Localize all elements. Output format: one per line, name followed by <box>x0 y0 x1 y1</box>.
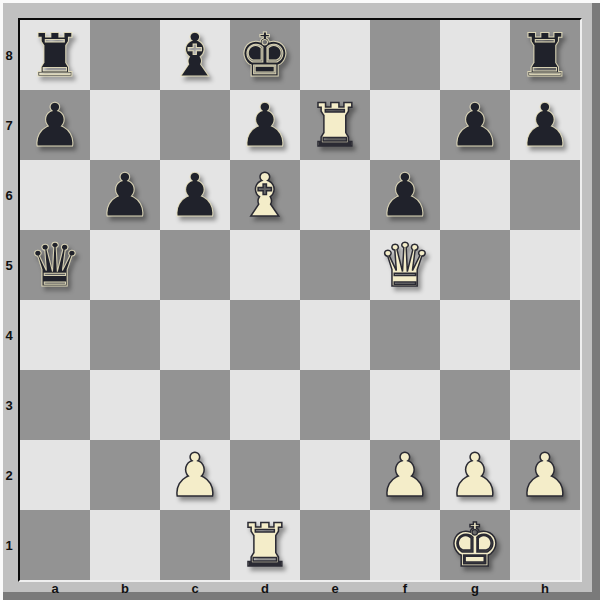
file-labels: abcdefgh <box>20 580 580 597</box>
square-e6[interactable] <box>300 160 370 230</box>
square-c4[interactable] <box>160 300 230 370</box>
square-h5[interactable] <box>510 230 580 300</box>
file-label-h: h <box>510 580 580 597</box>
square-h6[interactable] <box>510 160 580 230</box>
square-h4[interactable] <box>510 300 580 370</box>
file-label-e: e <box>300 580 370 597</box>
file-label-f: f <box>370 580 440 597</box>
square-f7[interactable] <box>370 90 440 160</box>
piece-black-rook[interactable]: ♜ <box>510 20 580 90</box>
piece-black-pawn[interactable]: ♟ <box>440 90 510 160</box>
piece-white-pawn[interactable]: ♟ <box>160 440 230 510</box>
piece-white-pawn[interactable]: ♟ <box>440 440 510 510</box>
square-b5[interactable] <box>90 230 160 300</box>
rank-label-7: 7 <box>0 90 18 160</box>
square-c3[interactable] <box>160 370 230 440</box>
piece-black-rook[interactable]: ♜ <box>20 20 90 90</box>
file-label-c: c <box>160 580 230 597</box>
board-frame: 87654321 abcdefgh ♜♝♚♜♟♟♜♟♟♟♟♝♟♛♛♟♟♟♟♜♚ <box>0 0 600 600</box>
piece-black-king[interactable]: ♚ <box>230 20 300 90</box>
square-e5[interactable] <box>300 230 370 300</box>
square-g3[interactable] <box>440 370 510 440</box>
square-d1[interactable]: ♜ <box>230 510 300 580</box>
file-label-b: b <box>90 580 160 597</box>
square-g6[interactable] <box>440 160 510 230</box>
piece-black-pawn[interactable]: ♟ <box>90 160 160 230</box>
square-e3[interactable] <box>300 370 370 440</box>
square-a7[interactable]: ♟ <box>20 90 90 160</box>
rank-label-6: 6 <box>0 160 18 230</box>
square-d7[interactable]: ♟ <box>230 90 300 160</box>
rank-label-1: 1 <box>0 510 18 580</box>
square-d3[interactable] <box>230 370 300 440</box>
piece-white-rook[interactable]: ♜ <box>230 510 300 580</box>
square-c5[interactable] <box>160 230 230 300</box>
square-h1[interactable] <box>510 510 580 580</box>
piece-white-king[interactable]: ♚ <box>440 510 510 580</box>
rank-labels: 87654321 <box>0 20 18 580</box>
rank-label-8: 8 <box>0 20 18 90</box>
square-c7[interactable] <box>160 90 230 160</box>
rank-label-3: 3 <box>0 370 18 440</box>
square-d4[interactable] <box>230 300 300 370</box>
square-b4[interactable] <box>90 300 160 370</box>
square-h8[interactable]: ♜ <box>510 20 580 90</box>
square-f1[interactable] <box>370 510 440 580</box>
piece-white-queen[interactable]: ♛ <box>370 230 440 300</box>
square-g5[interactable] <box>440 230 510 300</box>
piece-white-rook[interactable]: ♜ <box>300 90 370 160</box>
square-e1[interactable] <box>300 510 370 580</box>
square-c2[interactable]: ♟ <box>160 440 230 510</box>
piece-black-queen[interactable]: ♛ <box>20 230 90 300</box>
square-c1[interactable] <box>160 510 230 580</box>
square-a6[interactable] <box>20 160 90 230</box>
file-label-d: d <box>230 580 300 597</box>
square-d8[interactable]: ♚ <box>230 20 300 90</box>
rank-label-4: 4 <box>0 300 18 370</box>
piece-black-pawn[interactable]: ♟ <box>510 90 580 160</box>
square-a5[interactable]: ♛ <box>20 230 90 300</box>
square-e2[interactable] <box>300 440 370 510</box>
square-a4[interactable] <box>20 300 90 370</box>
piece-white-pawn[interactable]: ♟ <box>510 440 580 510</box>
square-f6[interactable]: ♟ <box>370 160 440 230</box>
square-h3[interactable] <box>510 370 580 440</box>
square-g8[interactable] <box>440 20 510 90</box>
square-b8[interactable] <box>90 20 160 90</box>
piece-black-bishop[interactable]: ♝ <box>160 20 230 90</box>
square-g2[interactable]: ♟ <box>440 440 510 510</box>
piece-black-pawn[interactable]: ♟ <box>160 160 230 230</box>
square-a3[interactable] <box>20 370 90 440</box>
square-c8[interactable]: ♝ <box>160 20 230 90</box>
square-f2[interactable]: ♟ <box>370 440 440 510</box>
square-b1[interactable] <box>90 510 160 580</box>
piece-white-pawn[interactable]: ♟ <box>370 440 440 510</box>
file-label-g: g <box>440 580 510 597</box>
square-e4[interactable] <box>300 300 370 370</box>
square-b7[interactable] <box>90 90 160 160</box>
square-f8[interactable] <box>370 20 440 90</box>
square-g7[interactable]: ♟ <box>440 90 510 160</box>
rank-label-5: 5 <box>0 230 18 300</box>
piece-black-pawn[interactable]: ♟ <box>370 160 440 230</box>
square-f3[interactable] <box>370 370 440 440</box>
square-b3[interactable] <box>90 370 160 440</box>
file-label-a: a <box>20 580 90 597</box>
square-g1[interactable]: ♚ <box>440 510 510 580</box>
square-b2[interactable] <box>90 440 160 510</box>
square-h2[interactable]: ♟ <box>510 440 580 510</box>
rank-label-2: 2 <box>0 440 18 510</box>
piece-black-pawn[interactable]: ♟ <box>230 90 300 160</box>
square-e7[interactable]: ♜ <box>300 90 370 160</box>
square-b6[interactable]: ♟ <box>90 160 160 230</box>
square-f4[interactable] <box>370 300 440 370</box>
square-a8[interactable]: ♜ <box>20 20 90 90</box>
square-h7[interactable]: ♟ <box>510 90 580 160</box>
piece-black-pawn[interactable]: ♟ <box>20 90 90 160</box>
square-d6[interactable]: ♝ <box>230 160 300 230</box>
square-e8[interactable] <box>300 20 370 90</box>
chess-board: ♜♝♚♜♟♟♜♟♟♟♟♝♟♛♛♟♟♟♟♜♚ <box>18 18 582 582</box>
square-c6[interactable]: ♟ <box>160 160 230 230</box>
square-a2[interactable] <box>20 440 90 510</box>
square-d5[interactable] <box>230 230 300 300</box>
square-g4[interactable] <box>440 300 510 370</box>
square-a1[interactable] <box>20 510 90 580</box>
square-f5[interactable]: ♛ <box>370 230 440 300</box>
piece-white-bishop[interactable]: ♝ <box>230 160 300 230</box>
square-d2[interactable] <box>230 440 300 510</box>
